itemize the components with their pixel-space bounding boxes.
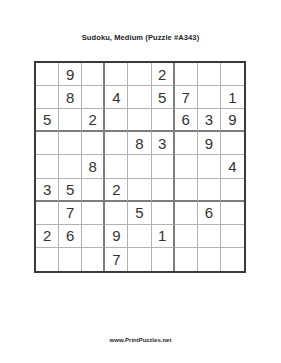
cell-r3c7: 6 — [175, 109, 198, 132]
cell-r6c1: 3 — [36, 179, 59, 202]
cell-r5c9: 4 — [221, 155, 244, 178]
page: Sudoku, Medium (Puzzle #A343) 9284571526… — [0, 0, 281, 363]
cell-r2c7: 7 — [175, 86, 198, 109]
cell-r6c8[interactable] — [198, 179, 221, 202]
cell-r2c4: 4 — [105, 86, 128, 109]
cell-r8c8[interactable] — [198, 225, 221, 248]
cell-r7c7[interactable] — [175, 202, 198, 225]
cell-r1c6: 2 — [152, 63, 175, 86]
cell-r4c2[interactable] — [59, 132, 82, 155]
cell-r7c8: 6 — [198, 202, 221, 225]
cell-r8c5[interactable] — [128, 225, 151, 248]
cell-r3c5[interactable] — [128, 109, 151, 132]
cell-r3c9: 9 — [221, 109, 244, 132]
cell-r9c3[interactable] — [82, 248, 105, 271]
cell-r3c2[interactable] — [59, 109, 82, 132]
cell-r3c8: 3 — [198, 109, 221, 132]
cell-r7c2: 7 — [59, 202, 82, 225]
cell-r6c4: 2 — [105, 179, 128, 202]
cell-r8c2: 6 — [59, 225, 82, 248]
cell-r4c6: 3 — [152, 132, 175, 155]
cell-r5c8[interactable] — [198, 155, 221, 178]
cell-r8c6: 1 — [152, 225, 175, 248]
cell-r4c9[interactable] — [221, 132, 244, 155]
cell-r2c2: 8 — [59, 86, 82, 109]
cell-r5c2[interactable] — [59, 155, 82, 178]
cell-r5c5[interactable] — [128, 155, 151, 178]
cell-r6c5[interactable] — [128, 179, 151, 202]
cell-r8c7[interactable] — [175, 225, 198, 248]
cell-r8c3[interactable] — [82, 225, 105, 248]
cell-r8c9[interactable] — [221, 225, 244, 248]
sudoku-board: 9284571526398398435275626917 — [34, 61, 246, 273]
cell-r1c9[interactable] — [221, 63, 244, 86]
cell-r2c5[interactable] — [128, 86, 151, 109]
cell-r1c5[interactable] — [128, 63, 151, 86]
cell-r6c2: 5 — [59, 179, 82, 202]
cell-r5c4[interactable] — [105, 155, 128, 178]
cell-r5c6[interactable] — [152, 155, 175, 178]
cell-r7c3[interactable] — [82, 202, 105, 225]
cell-r7c6[interactable] — [152, 202, 175, 225]
cell-r3c6[interactable] — [152, 109, 175, 132]
cell-r6c7[interactable] — [175, 179, 198, 202]
cell-r2c9: 1 — [221, 86, 244, 109]
cell-r5c1[interactable] — [36, 155, 59, 178]
cell-r9c8[interactable] — [198, 248, 221, 271]
footer-url: www.PrintPuzzles.net — [0, 337, 281, 343]
cell-r1c3[interactable] — [82, 63, 105, 86]
cell-r6c3[interactable] — [82, 179, 105, 202]
puzzle-title: Sudoku, Medium (Puzzle #A343) — [0, 33, 281, 42]
cell-r5c7[interactable] — [175, 155, 198, 178]
cell-r9c5[interactable] — [128, 248, 151, 271]
cell-r3c3: 2 — [82, 109, 105, 132]
cell-r1c2: 9 — [59, 63, 82, 86]
cell-r1c8[interactable] — [198, 63, 221, 86]
cell-r5c3: 8 — [82, 155, 105, 178]
cell-r9c9[interactable] — [221, 248, 244, 271]
cell-r8c4: 9 — [105, 225, 128, 248]
cell-r2c3[interactable] — [82, 86, 105, 109]
cell-r2c8[interactable] — [198, 86, 221, 109]
cell-r4c5: 8 — [128, 132, 151, 155]
cell-r3c4[interactable] — [105, 109, 128, 132]
cell-r4c1[interactable] — [36, 132, 59, 155]
cell-r9c6[interactable] — [152, 248, 175, 271]
cell-r7c4[interactable] — [105, 202, 128, 225]
cell-r4c4[interactable] — [105, 132, 128, 155]
cell-r4c8: 9 — [198, 132, 221, 155]
cell-r2c1[interactable] — [36, 86, 59, 109]
cell-r9c2[interactable] — [59, 248, 82, 271]
cell-r4c3[interactable] — [82, 132, 105, 155]
cell-r9c7[interactable] — [175, 248, 198, 271]
cell-r2c6: 5 — [152, 86, 175, 109]
cell-r1c4[interactable] — [105, 63, 128, 86]
cell-r7c9[interactable] — [221, 202, 244, 225]
cell-r7c5: 5 — [128, 202, 151, 225]
cell-r7c1[interactable] — [36, 202, 59, 225]
cell-r8c1: 2 — [36, 225, 59, 248]
cell-r6c9[interactable] — [221, 179, 244, 202]
cell-r4c7[interactable] — [175, 132, 198, 155]
cell-r9c4: 7 — [105, 248, 128, 271]
cell-r1c1[interactable] — [36, 63, 59, 86]
cell-r9c1[interactable] — [36, 248, 59, 271]
cell-r1c7[interactable] — [175, 63, 198, 86]
cell-r6c6[interactable] — [152, 179, 175, 202]
cell-r3c1: 5 — [36, 109, 59, 132]
